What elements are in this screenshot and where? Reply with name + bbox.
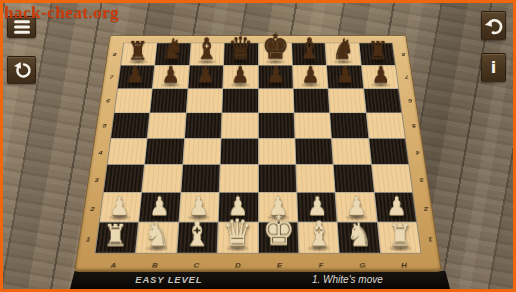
square-a6[interactable]	[115, 89, 152, 113]
rank-label-right-7: 7	[404, 74, 409, 80]
black-pawn[interactable]: ♟	[126, 64, 144, 86]
square-g3[interactable]	[334, 165, 374, 192]
black-pawn[interactable]: ♟	[301, 64, 319, 86]
menu-button[interactable]	[7, 16, 36, 38]
square-h6[interactable]	[364, 89, 401, 113]
square-e3[interactable]	[258, 165, 296, 192]
square-e5[interactable]	[258, 113, 294, 138]
square-e7[interactable]: ♟	[258, 66, 292, 89]
black-pawn[interactable]: ♟	[231, 64, 249, 86]
rank-label-right-3: 3	[418, 176, 423, 183]
square-f6[interactable]	[294, 89, 330, 113]
rank-label-right-6: 6	[407, 98, 412, 104]
white-knight[interactable]: ♞	[346, 219, 372, 250]
square-c5[interactable]	[185, 113, 222, 138]
black-king[interactable]: ♚	[261, 30, 288, 63]
rotate-board-button[interactable]	[7, 56, 36, 84]
square-f4[interactable]	[295, 138, 333, 164]
white-bishop[interactable]: ♝	[305, 218, 332, 250]
app-screen: ♜♞♝♛♚♝♞♜♟♟♟♟♟♟♟♟♟♟♟♟♟♟♟♟♜♞♝♛♚♝♞♜ 1122334…	[0, 0, 516, 292]
square-a1[interactable]: ♜	[96, 223, 139, 253]
board-grid: ♜♞♝♛♚♝♞♜♟♟♟♟♟♟♟♟♟♟♟♟♟♟♟♟♜♞♝♛♚♝♞♜	[95, 43, 422, 254]
square-b6[interactable]	[151, 89, 188, 113]
square-h3[interactable]	[372, 165, 413, 192]
square-f1[interactable]: ♝	[298, 223, 339, 253]
black-knight[interactable]: ♞	[161, 37, 183, 63]
square-g7[interactable]: ♟	[327, 66, 363, 89]
square-h1[interactable]: ♜	[378, 223, 421, 253]
undo-arrow-icon	[483, 15, 505, 37]
black-pawn[interactable]: ♟	[196, 64, 214, 86]
square-b7[interactable]: ♟	[153, 66, 189, 89]
rank-label-right-2: 2	[423, 205, 429, 212]
black-rook[interactable]: ♜	[368, 39, 388, 63]
square-f3[interactable]	[296, 165, 335, 192]
square-g1[interactable]: ♞	[338, 223, 380, 253]
rank-label-right-5: 5	[411, 123, 416, 129]
white-bishop[interactable]: ♝	[183, 218, 210, 250]
square-g6[interactable]	[329, 89, 366, 113]
square-e4[interactable]	[258, 138, 295, 164]
square-f7[interactable]: ♟	[293, 66, 328, 89]
square-d6[interactable]	[222, 89, 257, 113]
square-h4[interactable]	[369, 138, 408, 164]
square-e1[interactable]: ♚	[258, 223, 298, 253]
white-king[interactable]: ♚	[262, 211, 295, 250]
square-c3[interactable]	[181, 165, 220, 192]
rank-label-right-8: 8	[401, 51, 406, 56]
rank-label-right-4: 4	[414, 149, 419, 156]
white-knight[interactable]: ♞	[143, 219, 169, 250]
difficulty-label: EASY LEVEL	[135, 274, 202, 285]
square-c4[interactable]	[183, 138, 221, 164]
info-button[interactable]: i	[481, 53, 506, 82]
square-a4[interactable]	[108, 138, 147, 164]
rank-label-left-4: 4	[98, 149, 103, 156]
rank-label-left-5: 5	[102, 123, 107, 129]
black-knight[interactable]: ♞	[333, 37, 355, 63]
hamburger-icon	[10, 17, 34, 37]
square-d3[interactable]	[220, 165, 258, 192]
square-a5[interactable]	[111, 113, 149, 138]
rank-label-left-8: 8	[112, 51, 117, 56]
white-queen[interactable]: ♛	[223, 215, 253, 251]
white-rook[interactable]: ♜	[388, 222, 412, 250]
file-label-e: E	[277, 261, 283, 269]
square-c7[interactable]: ♟	[188, 66, 223, 89]
square-f5[interactable]	[294, 113, 331, 138]
info-icon: i	[491, 60, 496, 76]
rotate-icon	[11, 59, 33, 81]
chessboard-scene: ♜♞♝♛♚♝♞♜♟♟♟♟♟♟♟♟♟♟♟♟♟♟♟♟♜♞♝♛♚♝♞♜ 1122334…	[74, 0, 442, 272]
rank-label-right-1: 1	[427, 236, 433, 244]
black-pawn[interactable]: ♟	[266, 64, 284, 86]
board-front-face: EASY LEVEL 1. White's move	[70, 271, 450, 289]
square-g5[interactable]	[330, 113, 368, 138]
file-label-g: G	[359, 261, 366, 269]
chessboard: ♜♞♝♛♚♝♞♜♟♟♟♟♟♟♟♟♟♟♟♟♟♟♟♟♜♞♝♛♚♝♞♜ 1122334…	[74, 35, 442, 272]
file-label-a: A	[110, 261, 117, 269]
rank-label-left-2: 2	[90, 205, 96, 212]
file-label-f: F	[318, 261, 324, 269]
file-label-d: D	[235, 261, 241, 269]
white-pawn[interactable]: ♟	[386, 195, 407, 219]
rank-label-left-6: 6	[106, 98, 111, 104]
square-d4[interactable]	[221, 138, 258, 164]
move-status-label: 1. White's move	[312, 274, 383, 285]
square-e6[interactable]	[258, 89, 293, 113]
square-d7[interactable]: ♟	[223, 66, 257, 89]
file-label-h: H	[401, 261, 408, 269]
square-d1[interactable]: ♛	[218, 223, 258, 253]
square-b4[interactable]	[145, 138, 184, 164]
square-b5[interactable]	[148, 113, 186, 138]
square-b1[interactable]: ♞	[136, 223, 178, 253]
square-g4[interactable]	[332, 138, 371, 164]
file-label-b: B	[152, 261, 159, 269]
white-rook[interactable]: ♜	[104, 222, 128, 250]
white-pawn[interactable]: ♟	[109, 195, 130, 219]
square-a3[interactable]	[104, 165, 145, 192]
square-h7[interactable]: ♟	[361, 66, 398, 89]
black-queen[interactable]: ♛	[228, 33, 253, 63]
square-c6[interactable]	[187, 89, 223, 113]
square-d5[interactable]	[222, 113, 258, 138]
square-h5[interactable]	[366, 113, 404, 138]
square-b3[interactable]	[142, 165, 182, 192]
black-rook[interactable]: ♜	[128, 39, 148, 63]
black-pawn[interactable]: ♟	[161, 64, 179, 86]
black-bishop[interactable]: ♝	[195, 36, 218, 63]
rank-label-left-7: 7	[109, 74, 114, 80]
square-c1[interactable]: ♝	[177, 223, 218, 253]
black-bishop[interactable]: ♝	[298, 36, 321, 63]
rank-label-left-1: 1	[85, 236, 91, 244]
undo-move-button[interactable]	[481, 11, 506, 40]
rank-label-left-3: 3	[94, 176, 99, 183]
square-a7[interactable]: ♟	[118, 66, 155, 89]
file-label-c: C	[194, 261, 200, 269]
black-pawn[interactable]: ♟	[372, 64, 390, 86]
black-pawn[interactable]: ♟	[337, 64, 355, 86]
